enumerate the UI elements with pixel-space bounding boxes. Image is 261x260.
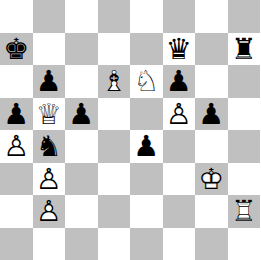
square-h4[interactable]: [228, 130, 261, 163]
white-pawn-icon-b3: ♟♙: [33, 163, 66, 196]
square-g7[interactable]: [195, 33, 228, 66]
square-f8[interactable]: [163, 0, 196, 33]
square-d2[interactable]: [98, 195, 131, 228]
square-d3[interactable]: [98, 163, 131, 196]
square-b6[interactable]: ♟: [33, 65, 66, 98]
black-pawn-icon-b6: ♟: [33, 65, 66, 98]
black-rook-icon-h7: ♜: [228, 33, 261, 66]
square-b1[interactable]: [33, 228, 66, 260]
black-king-icon-a7: ♚: [0, 33, 33, 66]
square-b8[interactable]: [33, 0, 66, 33]
square-h2[interactable]: ♜♖: [228, 195, 261, 228]
square-e5[interactable]: [130, 98, 163, 131]
square-a5[interactable]: ♟: [0, 98, 33, 131]
square-g8[interactable]: [195, 0, 228, 33]
square-c5[interactable]: ♟: [65, 98, 98, 131]
black-pawn-icon-e4: ♟: [130, 130, 163, 163]
square-h3[interactable]: [228, 163, 261, 196]
square-d7[interactable]: [98, 33, 131, 66]
white-pawn-icon-b2: ♟♙: [33, 195, 66, 228]
square-g4[interactable]: [195, 130, 228, 163]
white-rook-icon-h2: ♜♖: [228, 195, 261, 228]
square-f6[interactable]: ♟: [163, 65, 196, 98]
square-c4[interactable]: [65, 130, 98, 163]
black-pawn-icon-f6: ♟: [163, 65, 196, 98]
square-d1[interactable]: [98, 228, 131, 260]
square-f4[interactable]: [163, 130, 196, 163]
square-e4[interactable]: ♟: [130, 130, 163, 163]
square-b7[interactable]: [33, 33, 66, 66]
square-h6[interactable]: [228, 65, 261, 98]
square-f3[interactable]: [163, 163, 196, 196]
square-e6[interactable]: ♞♘: [130, 65, 163, 98]
square-c2[interactable]: [65, 195, 98, 228]
square-d5[interactable]: [98, 98, 131, 131]
square-g6[interactable]: [195, 65, 228, 98]
square-h1[interactable]: [228, 228, 261, 260]
square-d4[interactable]: [98, 130, 131, 163]
white-pawn-icon-a4: ♟♙: [0, 130, 33, 163]
square-e7[interactable]: [130, 33, 163, 66]
black-pawn-icon-a5: ♟: [0, 98, 33, 131]
square-h5[interactable]: [228, 98, 261, 131]
square-a7[interactable]: ♚: [0, 33, 33, 66]
square-a4[interactable]: ♟♙: [0, 130, 33, 163]
black-pawn-icon-c5: ♟: [65, 98, 98, 131]
square-f2[interactable]: [163, 195, 196, 228]
white-king-icon-g3: ♚♔: [195, 163, 228, 196]
square-f1[interactable]: [163, 228, 196, 260]
square-d8[interactable]: [98, 0, 131, 33]
black-knight-icon-b4: ♞: [33, 130, 66, 163]
chess-diagram: ♚♛♜♟♝♗♞♘♟♟♛♕♟♟♙♟♟♙♞♟♟♙♚♔♟♙♜♖: [0, 0, 260, 260]
square-c8[interactable]: [65, 0, 98, 33]
square-e1[interactable]: [130, 228, 163, 260]
square-f7[interactable]: ♛: [163, 33, 196, 66]
square-e2[interactable]: [130, 195, 163, 228]
square-e8[interactable]: [130, 0, 163, 33]
square-a6[interactable]: [0, 65, 33, 98]
white-bishop-icon-d6: ♝♗: [98, 65, 131, 98]
square-c7[interactable]: [65, 33, 98, 66]
square-f5[interactable]: ♟♙: [163, 98, 196, 131]
square-a1[interactable]: [0, 228, 33, 260]
square-c6[interactable]: [65, 65, 98, 98]
square-a2[interactable]: [0, 195, 33, 228]
white-pawn-icon-f5: ♟♙: [163, 98, 196, 131]
black-queen-icon-f7: ♛: [163, 33, 196, 66]
square-b5[interactable]: ♛♕: [33, 98, 66, 131]
square-h7[interactable]: ♜: [228, 33, 261, 66]
square-c1[interactable]: [65, 228, 98, 260]
square-g1[interactable]: [195, 228, 228, 260]
square-b3[interactable]: ♟♙: [33, 163, 66, 196]
square-g5[interactable]: ♟: [195, 98, 228, 131]
black-pawn-icon-g5: ♟: [195, 98, 228, 131]
square-g3[interactable]: ♚♔: [195, 163, 228, 196]
square-g2[interactable]: [195, 195, 228, 228]
square-c3[interactable]: [65, 163, 98, 196]
square-a3[interactable]: [0, 163, 33, 196]
square-b2[interactable]: ♟♙: [33, 195, 66, 228]
chess-board: ♚♛♜♟♝♗♞♘♟♟♛♕♟♟♙♟♟♙♞♟♟♙♚♔♟♙♜♖: [0, 0, 260, 260]
square-e3[interactable]: [130, 163, 163, 196]
square-b4[interactable]: ♞: [33, 130, 66, 163]
white-queen-icon-b5: ♛♕: [33, 98, 66, 131]
square-a8[interactable]: [0, 0, 33, 33]
white-knight-icon-e6: ♞♘: [130, 65, 163, 98]
square-h8[interactable]: [228, 0, 261, 33]
square-d6[interactable]: ♝♗: [98, 65, 131, 98]
